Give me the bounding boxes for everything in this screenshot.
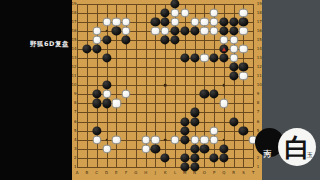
black-stone-R11[interactable] [229,72,238,81]
white-stone-M18[interactable] [180,8,189,17]
black-stone-Q13[interactable] [219,53,228,62]
star-point [164,138,167,141]
logo-white-stone-text: 白 [285,135,310,160]
black-stone-L15[interactable] [170,35,179,44]
white-stone-C16[interactable] [92,26,101,35]
white-stone-H3[interactable] [141,144,150,153]
white-stone-Q15[interactable] [219,35,228,44]
black-stone-L16[interactable] [170,26,179,35]
column-label: B [86,171,89,175]
row-label-left: 4 [72,138,77,142]
white-stone-J4[interactable] [151,135,160,144]
row-label-left: 9 [72,92,77,96]
grid-line-horizontal [77,122,253,123]
black-stone-R16[interactable] [229,26,238,35]
white-stone-F16[interactable] [122,26,131,35]
black-stone-C5[interactable] [92,126,101,135]
black-stone-N3[interactable] [190,144,199,153]
row-label-left: 17 [72,20,77,24]
white-stone-C4[interactable] [92,135,101,144]
white-stone-P5[interactable] [210,126,219,135]
screenshot-stage: 野狐6D复盘 ABCDEFGHJKLMNOPQRST19191818171716… [0,0,320,180]
white-stone-P17[interactable] [210,17,219,26]
white-stone-R13[interactable] [229,53,238,62]
white-stone-S14[interactable] [239,44,248,53]
black-stone-K17[interactable] [161,17,170,26]
column-label: R [232,171,235,175]
black-stone-J3[interactable] [151,144,160,153]
black-stone-D10[interactable] [102,81,111,90]
black-stone-K2[interactable] [161,153,170,162]
black-stone-L19[interactable] [170,0,179,8]
column-label: G [134,171,137,175]
column-label: N [193,171,196,175]
star-point [105,138,108,141]
row-label-left: 15 [72,38,77,42]
go-board[interactable]: ABCDEFGHJKLMNOPQRST191918181717161615151… [72,0,262,180]
white-stone-E8[interactable] [112,99,121,108]
column-label: E [115,171,118,175]
column-label: S [242,171,245,175]
black-stone-M16[interactable] [180,26,189,35]
grid-line-horizontal [77,112,253,113]
row-label-left: 1 [72,165,77,169]
black-stone-N6[interactable] [190,117,199,126]
white-stone-O13[interactable] [200,53,209,62]
logo-black-stone-text: 南方 [260,142,271,144]
white-stone-E17[interactable] [112,17,121,26]
row-label-left: 18 [72,11,77,15]
black-stone-E16[interactable] [112,26,121,35]
row-label-right: 6 [257,120,260,124]
white-stone-L17[interactable] [170,17,179,26]
column-label: F [125,171,127,175]
row-label-right: 7 [257,110,260,114]
black-stone-P2[interactable] [210,153,219,162]
row-label-left: 3 [72,147,77,151]
black-stone-C14[interactable] [92,44,101,53]
black-stone-B14[interactable] [82,44,91,53]
column-label: K [164,171,167,175]
column-label: T [252,171,254,175]
black-stone-D13[interactable] [102,53,111,62]
white-stone-O16[interactable] [200,26,209,35]
white-stone-P18[interactable] [210,8,219,17]
column-label: H [144,171,147,175]
column-label: L [174,171,176,175]
row-label-left: 11 [72,74,77,78]
column-label: Q [222,171,225,175]
white-stone-C15[interactable] [92,35,101,44]
logo-white-stone-icon: 白 玉 [278,128,316,166]
white-stone-S18[interactable] [239,8,248,17]
black-stone-S17[interactable] [239,17,248,26]
white-stone-R15[interactable] [229,35,238,44]
black-stone-R17[interactable] [229,17,238,26]
column-label: D [105,171,108,175]
black-stone-R6[interactable] [229,117,238,126]
last-move-marker [222,47,226,51]
row-label-left: 12 [72,65,77,69]
black-stone-Q16[interactable] [219,26,228,35]
white-stone-F9[interactable] [122,90,131,99]
row-label-left: 2 [72,156,77,160]
black-stone-F15[interactable] [122,35,131,44]
video-caption: 野狐6D复盘 [30,40,69,49]
black-stone-P13[interactable] [210,53,219,62]
white-stone-D3[interactable] [102,144,111,153]
white-stone-N17[interactable] [190,17,199,26]
row-label-left: 19 [72,2,77,6]
white-stone-E4[interactable] [112,135,121,144]
white-stone-F17[interactable] [122,17,131,26]
black-stone-C8[interactable] [92,99,101,108]
black-stone-M6[interactable] [180,117,189,126]
white-stone-D17[interactable] [102,17,111,26]
black-stone-Q17[interactable] [219,17,228,26]
black-stone-D8[interactable] [102,99,111,108]
row-label-left: 13 [72,56,77,60]
row-label-right: 9 [257,92,260,96]
row-label-left: 7 [72,110,77,114]
black-stone-M13[interactable] [180,53,189,62]
white-stone-R14[interactable] [229,44,238,53]
column-label: A [76,171,79,175]
black-stone-N16[interactable] [190,26,199,35]
logo-white-stone-small-text: 玉 [307,151,313,160]
black-stone-C9[interactable] [92,90,101,99]
black-stone-K18[interactable] [161,8,170,17]
row-label-left: 14 [72,47,77,51]
grid-line-horizontal [77,167,253,168]
black-stone-K15[interactable] [161,35,170,44]
column-label: O [203,171,206,175]
black-stone-M5[interactable] [180,126,189,135]
black-stone-P9[interactable] [210,90,219,99]
black-stone-O9[interactable] [200,90,209,99]
black-stone-O3[interactable] [200,144,209,153]
white-stone-O4[interactable] [200,135,209,144]
star-point [164,84,167,87]
grid-line-horizontal [77,131,253,132]
white-stone-Q8[interactable] [219,99,228,108]
white-stone-S11[interactable] [239,72,248,81]
white-stone-O17[interactable] [200,17,209,26]
black-stone-M2[interactable] [180,153,189,162]
white-stone-L4[interactable] [170,135,179,144]
column-label: C [95,171,98,175]
black-stone-N2[interactable] [190,153,199,162]
black-stone-R12[interactable] [229,62,238,71]
white-stone-L18[interactable] [170,8,179,17]
black-stone-Q2[interactable] [219,153,228,162]
white-stone-J16[interactable] [151,26,160,35]
black-stone-N7[interactable] [190,108,199,117]
star-point [223,138,226,141]
black-stone-M4[interactable] [180,135,189,144]
row-label-left: 10 [72,83,77,87]
black-stone-D15[interactable] [102,35,111,44]
row-label-left: 16 [72,29,77,33]
black-stone-N13[interactable] [190,53,199,62]
row-label-left: 8 [72,101,77,105]
column-label: J [155,171,156,175]
white-stone-K16[interactable] [161,26,170,35]
black-stone-J17[interactable] [151,17,160,26]
row-label-right: 1 [257,165,260,169]
white-stone-P16[interactable] [210,26,219,35]
star-point [223,84,226,87]
white-stone-S16[interactable] [239,26,248,35]
black-stone-S5[interactable] [239,126,248,135]
column-label: M [183,171,186,175]
left-sidebar: 野狐6D复盘 [0,0,72,180]
black-stone-S12[interactable] [239,62,248,71]
white-stone-N4[interactable] [190,135,199,144]
column-label: P [213,171,215,175]
black-stone-Q3[interactable] [219,144,228,153]
row-label-right: 2 [257,156,260,160]
white-stone-P4[interactable] [210,135,219,144]
white-stone-H4[interactable] [141,135,150,144]
white-stone-D9[interactable] [102,90,111,99]
row-label-left: 6 [72,120,77,124]
row-label-left: 5 [72,129,77,133]
star-point [105,30,108,33]
row-label-right: 8 [257,101,260,105]
